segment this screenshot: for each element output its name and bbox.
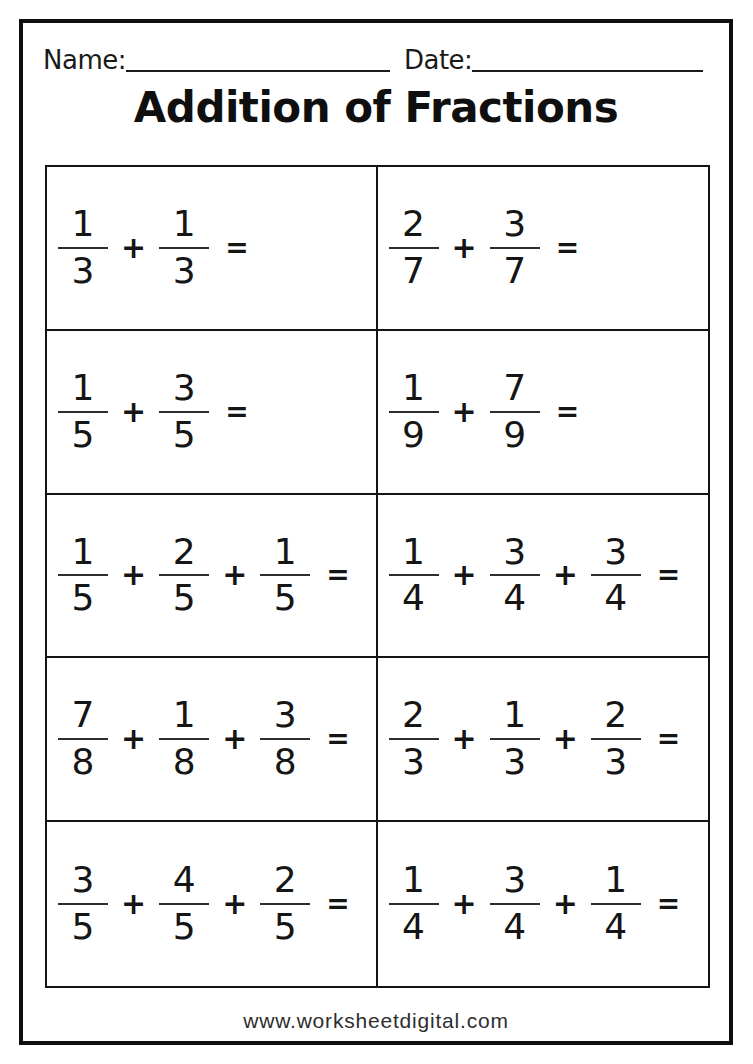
fraction-bar [591, 903, 641, 905]
fraction-bar [490, 738, 540, 740]
problem-cell: 13+13= [47, 167, 378, 331]
equals-sign: = [657, 725, 680, 753]
fraction-denominator: 5 [173, 908, 196, 947]
fraction-denominator: 3 [503, 743, 526, 782]
problem-cell: 35+45+25= [47, 822, 378, 986]
fraction-numerator: 1 [173, 696, 196, 735]
fraction: 27 [389, 205, 439, 291]
plus-operator: + [121, 889, 146, 919]
equals-sign: = [225, 234, 248, 262]
equals-sign: = [326, 561, 349, 589]
fraction: 19 [389, 369, 439, 455]
fraction-numerator: 2 [402, 696, 425, 735]
plus-operator: + [553, 889, 578, 919]
fraction: 13 [159, 205, 209, 291]
fraction-denominator: 8 [173, 743, 196, 782]
fraction-numerator: 3 [503, 861, 526, 900]
fraction-denominator: 4 [503, 579, 526, 618]
problem-cell: 27+37= [378, 167, 709, 331]
fraction: 13 [490, 696, 540, 782]
plus-operator: + [553, 560, 578, 590]
fraction: 25 [260, 861, 310, 947]
fraction-denominator: 3 [604, 743, 627, 782]
worksheet-page: Name: Date: Addition of Fractions 13+13=… [19, 19, 733, 1045]
fraction-numerator: 4 [173, 861, 196, 900]
fraction-numerator: 3 [503, 533, 526, 572]
fraction-bar [159, 247, 209, 249]
fraction: 15 [58, 533, 108, 619]
problem-cell: 78+18+38= [47, 658, 378, 822]
fraction-numerator: 3 [72, 861, 95, 900]
fraction-numerator: 3 [173, 369, 196, 408]
plus-operator: + [553, 724, 578, 754]
plus-operator: + [222, 889, 247, 919]
fraction: 14 [389, 861, 439, 947]
plus-operator: + [222, 560, 247, 590]
fraction-denominator: 3 [402, 743, 425, 782]
fraction-numerator: 1 [402, 861, 425, 900]
fraction-denominator: 5 [173, 579, 196, 618]
fraction: 14 [591, 861, 641, 947]
fraction-bar [58, 574, 108, 576]
plus-operator: + [121, 724, 146, 754]
plus-operator: + [452, 889, 477, 919]
plus-operator: + [452, 560, 477, 590]
fraction: 38 [260, 696, 310, 782]
problem-cell: 14+34+34= [378, 495, 709, 659]
fraction-denominator: 9 [402, 416, 425, 455]
equals-sign: = [326, 725, 349, 753]
fraction-denominator: 3 [72, 252, 95, 291]
problem-cell: 23+13+23= [378, 658, 709, 822]
fraction-bar [389, 574, 439, 576]
equals-sign: = [657, 561, 680, 589]
header-row: Name: Date: [43, 45, 705, 76]
fraction-denominator: 4 [604, 579, 627, 618]
fraction-denominator: 5 [72, 908, 95, 947]
name-label: Name: [43, 45, 126, 76]
fraction-denominator: 3 [173, 252, 196, 291]
fraction-bar [389, 738, 439, 740]
plus-operator: + [121, 397, 146, 427]
fraction-bar [490, 247, 540, 249]
fraction-denominator: 5 [72, 416, 95, 455]
problem-cell: 19+79= [378, 331, 709, 495]
fraction: 35 [159, 369, 209, 455]
fraction: 78 [58, 696, 108, 782]
fraction: 35 [58, 861, 108, 947]
fraction-numerator: 1 [72, 205, 95, 244]
fraction-bar [58, 738, 108, 740]
fraction-numerator: 1 [503, 696, 526, 735]
fraction: 34 [591, 533, 641, 619]
fraction-numerator: 2 [274, 861, 297, 900]
fraction-numerator: 1 [173, 205, 196, 244]
fraction-bar [591, 574, 641, 576]
fraction-bar [389, 903, 439, 905]
fraction-denominator: 8 [274, 743, 297, 782]
fraction-numerator: 2 [402, 205, 425, 244]
fraction-bar [159, 411, 209, 413]
fraction: 18 [159, 696, 209, 782]
fraction: 34 [490, 533, 540, 619]
fraction-denominator: 8 [72, 743, 95, 782]
fraction: 34 [490, 861, 540, 947]
fraction: 23 [591, 696, 641, 782]
fraction-numerator: 1 [72, 533, 95, 572]
plus-operator: + [452, 724, 477, 754]
fraction-bar [260, 574, 310, 576]
fraction-bar [159, 738, 209, 740]
fraction-numerator: 1 [604, 861, 627, 900]
fraction-denominator: 5 [274, 908, 297, 947]
equals-sign: = [556, 398, 579, 426]
fraction-denominator: 4 [604, 908, 627, 947]
fraction: 25 [159, 533, 209, 619]
equals-sign: = [556, 234, 579, 262]
fraction-numerator: 7 [72, 696, 95, 735]
plus-operator: + [452, 233, 477, 263]
fraction-bar [58, 411, 108, 413]
fraction: 14 [389, 533, 439, 619]
fraction-bar [490, 903, 540, 905]
fraction: 37 [490, 205, 540, 291]
fraction: 79 [490, 369, 540, 455]
fraction-denominator: 4 [402, 908, 425, 947]
fraction-denominator: 7 [503, 252, 526, 291]
fraction-bar [389, 411, 439, 413]
problem-cell: 14+34+14= [378, 822, 709, 986]
fraction-bar [260, 738, 310, 740]
fraction-denominator: 7 [402, 252, 425, 291]
fraction-denominator: 9 [503, 416, 526, 455]
fraction: 45 [159, 861, 209, 947]
problem-cell: 15+25+15= [47, 495, 378, 659]
worksheet-title: Addition of Fractions [23, 83, 729, 132]
fraction-numerator: 3 [274, 696, 297, 735]
fraction: 23 [389, 696, 439, 782]
fraction-denominator: 4 [402, 579, 425, 618]
equals-sign: = [225, 398, 248, 426]
equals-sign: = [657, 890, 680, 918]
fraction-numerator: 1 [72, 369, 95, 408]
fraction-bar [389, 247, 439, 249]
plus-operator: + [121, 560, 146, 590]
fraction-denominator: 5 [72, 579, 95, 618]
problems-table: 13+13=27+37=15+35=19+79=15+25+15=14+34+3… [45, 165, 710, 988]
equals-sign: = [326, 890, 349, 918]
fraction-bar [490, 411, 540, 413]
fraction-numerator: 3 [503, 205, 526, 244]
fraction: 15 [260, 533, 310, 619]
date-blank-line [472, 60, 703, 72]
date-label: Date: [404, 45, 472, 76]
problem-cell: 15+35= [47, 331, 378, 495]
fraction-denominator: 4 [503, 908, 526, 947]
fraction-numerator: 3 [604, 533, 627, 572]
name-blank-line [126, 60, 390, 72]
fraction: 13 [58, 205, 108, 291]
plus-operator: + [121, 233, 146, 263]
fraction: 15 [58, 369, 108, 455]
fraction-bar [260, 903, 310, 905]
fraction-bar [490, 574, 540, 576]
fraction-bar [58, 247, 108, 249]
fraction-numerator: 2 [604, 696, 627, 735]
fraction-bar [159, 574, 209, 576]
fraction-bar [591, 738, 641, 740]
fraction-bar [159, 903, 209, 905]
fraction-numerator: 7 [503, 369, 526, 408]
fraction-bar [58, 903, 108, 905]
fraction-numerator: 2 [173, 533, 196, 572]
fraction-numerator: 1 [402, 533, 425, 572]
footer-url: www.worksheetdigital.com [23, 1009, 729, 1033]
fraction-numerator: 1 [274, 533, 297, 572]
fraction-denominator: 5 [274, 579, 297, 618]
plus-operator: + [452, 397, 477, 427]
fraction-numerator: 1 [402, 369, 425, 408]
fraction-denominator: 5 [173, 416, 196, 455]
plus-operator: + [222, 724, 247, 754]
